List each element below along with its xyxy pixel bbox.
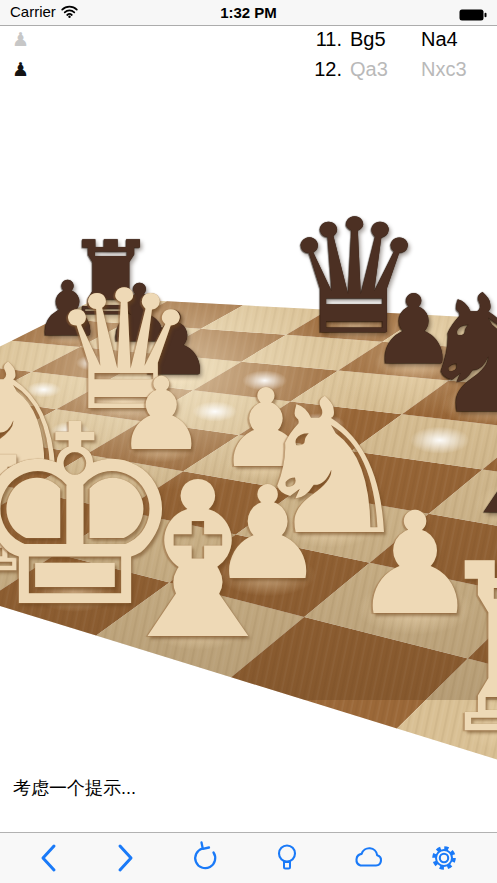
move-list: ♟ 11. Bg5 Na4 ♟ 12. Qa3 Nxc3 xyxy=(0,26,497,92)
move-row-12[interactable]: ♟ 12. Qa3 Nxc3 xyxy=(0,58,497,86)
status-bar: Carrier 1:32 PM xyxy=(0,0,497,26)
black-move-12[interactable]: Nxc3 xyxy=(421,58,491,81)
piece-white-bishop-f1[interactable]: ♝ xyxy=(102,454,295,669)
lightbulb-icon xyxy=(270,841,304,875)
undo-button[interactable] xyxy=(188,841,222,875)
back-button[interactable] xyxy=(33,841,67,875)
gear-icon xyxy=(427,841,461,875)
move-number: 11. xyxy=(282,28,342,51)
clock: 1:32 PM xyxy=(0,4,497,21)
cloud-button[interactable] xyxy=(351,841,385,875)
move-number: 12. xyxy=(282,58,342,81)
piece-white-rook-h1[interactable]: ♜ xyxy=(426,534,497,767)
hint-button[interactable] xyxy=(270,841,304,875)
settings-button[interactable] xyxy=(427,841,461,875)
undo-icon xyxy=(188,841,222,875)
chevron-right-icon xyxy=(107,841,141,875)
black-move-11[interactable]: Na4 xyxy=(421,28,491,51)
chevron-left-icon xyxy=(33,841,67,875)
forward-button[interactable] xyxy=(107,841,141,875)
board-3d[interactable]: ♜♛♜♚♟♟♟♟♝♟♟♞♟♛♝♞♟♟♝♞♞♟♟♟♟♟♜♚♝♜ xyxy=(0,0,497,883)
app-window: Carrier 1:32 PM ♟ 11. Bg5 Na4 ♟ 12. xyxy=(0,0,497,883)
white-move-12[interactable]: Qa3 xyxy=(350,58,416,81)
white-move-11[interactable]: Bg5 xyxy=(350,28,416,51)
move-row-11[interactable]: ♟ 11. Bg5 Na4 xyxy=(0,28,497,56)
cloud-icon xyxy=(351,841,385,875)
black-pawn-icon: ♟ xyxy=(12,60,29,79)
battery-icon xyxy=(459,9,487,21)
hint-status-text: 考虑一个提示... xyxy=(13,776,136,800)
toolbar xyxy=(0,832,497,883)
white-pawn-icon: ♟ xyxy=(12,30,29,49)
